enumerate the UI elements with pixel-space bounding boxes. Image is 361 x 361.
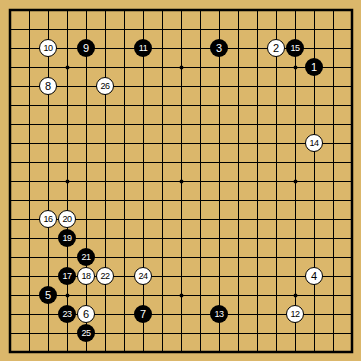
stone-white-move-22[interactable]: 22 <box>96 267 114 285</box>
stone-black-move-15[interactable]: 15 <box>286 39 304 57</box>
stone-black-move-25[interactable]: 25 <box>77 324 95 342</box>
stone-black-move-23[interactable]: 23 <box>58 305 76 323</box>
stone-white-move-10[interactable]: 10 <box>39 39 57 57</box>
stone-black-move-21[interactable]: 21 <box>77 248 95 266</box>
stone-white-move-8[interactable]: 8 <box>39 77 57 95</box>
go-board[interactable]: 1234567891011121314151617181920212223242… <box>0 0 361 361</box>
stone-white-move-18[interactable]: 18 <box>77 267 95 285</box>
stone-black-move-7[interactable]: 7 <box>134 305 152 323</box>
stone-white-move-24[interactable]: 24 <box>134 267 152 285</box>
stone-black-move-19[interactable]: 19 <box>58 229 76 247</box>
stone-white-move-26[interactable]: 26 <box>96 77 114 95</box>
star-point <box>294 66 298 70</box>
stone-black-move-5[interactable]: 5 <box>39 286 57 304</box>
star-point <box>180 66 184 70</box>
star-point <box>180 294 184 298</box>
stone-black-move-1[interactable]: 1 <box>305 58 323 76</box>
star-point <box>180 180 184 184</box>
stone-black-move-9[interactable]: 9 <box>77 39 95 57</box>
stone-black-move-17[interactable]: 17 <box>58 267 76 285</box>
stone-white-move-4[interactable]: 4 <box>305 267 323 285</box>
stone-black-move-3[interactable]: 3 <box>210 39 228 57</box>
star-point <box>66 180 70 184</box>
stone-white-move-12[interactable]: 12 <box>286 305 304 323</box>
star-point <box>294 294 298 298</box>
stone-white-move-20[interactable]: 20 <box>58 210 76 228</box>
stone-black-move-13[interactable]: 13 <box>210 305 228 323</box>
star-point <box>66 66 70 70</box>
stone-white-move-16[interactable]: 16 <box>39 210 57 228</box>
star-point <box>294 180 298 184</box>
stone-white-move-14[interactable]: 14 <box>305 134 323 152</box>
star-point <box>66 294 70 298</box>
stone-white-move-6[interactable]: 6 <box>77 305 95 323</box>
stone-white-move-2[interactable]: 2 <box>267 39 285 57</box>
stone-black-move-11[interactable]: 11 <box>134 39 152 57</box>
